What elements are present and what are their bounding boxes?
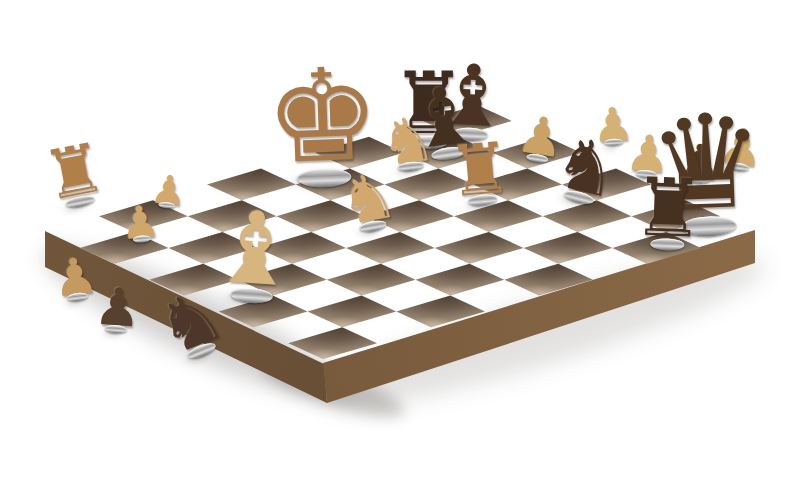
piece-glyph: ♝: [207, 200, 303, 298]
light-rook-a1[interactable]: ♜: [39, 136, 111, 212]
piece-glyph: ♚: [263, 55, 382, 177]
dark-pawn-table-left[interactable]: ♟: [93, 283, 143, 335]
light-knight-d4[interactable]: ♞: [335, 165, 402, 236]
light-pawn-table-left[interactable]: ♟: [50, 252, 100, 304]
light-pawn-b2[interactable]: ♟: [119, 201, 162, 245]
dark-rook-h7[interactable]: ♜: [631, 170, 705, 251]
scene: ♝ ♟ ♜ ♝ ♟ ♞ ♟ ♟ ♟ ♚ ♞: [0, 0, 800, 489]
light-rook-d6[interactable]: ♜: [446, 135, 514, 209]
pieces-layer: ♝ ♟ ♜ ♝ ♟ ♞ ♟ ♟ ♟ ♚ ♞: [0, 0, 800, 489]
piece-glyph: ♜: [631, 170, 705, 246]
light-bishop-e1[interactable]: ♝: [206, 200, 302, 306]
